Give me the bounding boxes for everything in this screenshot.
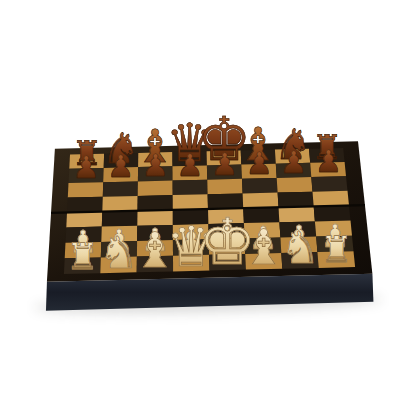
square-b6 [103,181,138,196]
square-h2 [316,236,353,252]
square-f5 [243,193,279,209]
square-a6 [68,182,103,197]
square-d2 [173,239,209,255]
square-e4 [208,208,244,224]
square-b2 [101,241,137,257]
square-c3 [137,225,173,241]
square-f4 [243,207,279,223]
square-a3 [66,227,102,243]
square-g3 [279,221,316,237]
square-g6 [277,177,313,192]
square-a2 [65,242,102,258]
square-b1 [100,257,137,274]
square-g8 [275,149,310,164]
square-d6 [173,180,208,195]
square-e1 [209,254,246,271]
square-h4 [314,206,351,222]
square-d3 [173,224,209,240]
square-e8 [207,150,242,165]
square-d4 [173,209,209,225]
chess-board [0,0,416,416]
square-f2 [245,238,282,254]
square-e5 [208,193,244,209]
square-c8 [138,152,172,167]
square-a4 [66,212,102,228]
square-h3 [315,221,352,237]
square-d8 [172,151,207,166]
square-e6 [207,179,242,194]
square-g7 [276,163,312,178]
square-h1 [317,251,355,268]
square-c2 [137,240,173,256]
square-c1 [137,256,173,273]
square-f1 [245,253,282,270]
square-a1 [64,257,101,274]
square-a8 [69,154,104,169]
square-f3 [244,222,281,238]
square-c7 [138,166,173,181]
square-e3 [208,223,244,239]
square-g5 [278,192,314,208]
square-a7 [69,168,104,183]
square-h5 [313,191,350,207]
square-b7 [103,167,138,182]
square-c6 [138,181,173,196]
square-h7 [310,162,346,177]
square-f8 [241,150,276,165]
square-d5 [173,194,208,210]
square-d7 [173,165,208,180]
square-h8 [309,148,345,163]
square-c5 [138,195,173,211]
square-f7 [241,164,276,179]
square-g4 [279,206,315,222]
square-g2 [280,237,317,253]
square-b3 [101,226,137,242]
square-e2 [209,238,246,254]
square-d1 [173,255,210,272]
square-c4 [137,210,173,226]
square-b8 [104,153,139,168]
chess-set-product-photo: ♜♞♝♛♚♝♞♜♟♟♟♟♟♟♟♟♟♟♟♟♟♟♟♟♜♞♝♛♚♝♞♜ [0,0,416,416]
square-e7 [207,165,242,180]
square-h6 [311,176,347,191]
square-g1 [281,252,318,269]
square-b5 [102,196,137,212]
square-b4 [102,211,138,227]
square-a5 [67,197,103,213]
square-f6 [242,178,278,193]
